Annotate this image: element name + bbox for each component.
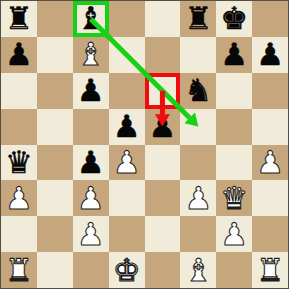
piece-white-queen[interactable]: ♛ — [216, 180, 252, 216]
square-b4[interactable] — [37, 145, 73, 181]
square-e8[interactable] — [145, 1, 181, 37]
piece-black-pawn[interactable]: ♟ — [216, 37, 252, 73]
square-g7[interactable]: ♟ — [216, 37, 252, 73]
piece-black-pawn[interactable]: ♟ — [252, 37, 288, 73]
square-e4[interactable] — [145, 145, 181, 181]
square-h4[interactable]: ♟ — [252, 145, 288, 181]
square-b2[interactable] — [37, 216, 73, 252]
piece-white-pawn[interactable]: ♟ — [1, 180, 37, 216]
square-f3[interactable]: ♟ — [180, 180, 216, 216]
square-h6[interactable] — [252, 73, 288, 109]
square-h7[interactable]: ♟ — [252, 37, 288, 73]
square-d4[interactable]: ♟ — [109, 145, 145, 181]
square-b3[interactable] — [37, 180, 73, 216]
square-d1[interactable]: ♚ — [109, 252, 145, 288]
square-a3[interactable]: ♟ — [1, 180, 37, 216]
square-c6[interactable]: ♟ — [73, 73, 109, 109]
square-e7[interactable] — [145, 37, 181, 73]
piece-white-pawn[interactable]: ♟ — [73, 180, 109, 216]
piece-black-queen[interactable]: ♛ — [1, 145, 37, 181]
square-f5[interactable] — [180, 109, 216, 145]
square-g5[interactable] — [216, 109, 252, 145]
piece-black-pawn[interactable]: ♟ — [1, 37, 37, 73]
square-c5[interactable] — [73, 109, 109, 145]
square-e1[interactable] — [145, 252, 181, 288]
piece-white-pawn[interactable]: ♟ — [180, 180, 216, 216]
square-f8[interactable]: ♜ — [180, 1, 216, 37]
square-a4[interactable]: ♛ — [1, 145, 37, 181]
square-f4[interactable] — [180, 145, 216, 181]
piece-white-rook[interactable]: ♜ — [252, 252, 288, 288]
square-f1[interactable]: ♝ — [180, 252, 216, 288]
square-b1[interactable] — [37, 252, 73, 288]
square-g1[interactable] — [216, 252, 252, 288]
square-g2[interactable]: ♟ — [216, 216, 252, 252]
square-c4[interactable]: ♟ — [73, 145, 109, 181]
square-c3[interactable]: ♟ — [73, 180, 109, 216]
piece-black-rook[interactable]: ♜ — [1, 1, 37, 37]
square-h3[interactable] — [252, 180, 288, 216]
square-a8[interactable]: ♜ — [1, 1, 37, 37]
piece-black-king[interactable]: ♚ — [216, 1, 252, 37]
square-d8[interactable] — [109, 1, 145, 37]
square-h2[interactable] — [252, 216, 288, 252]
square-e3[interactable] — [145, 180, 181, 216]
square-g4[interactable] — [216, 145, 252, 181]
square-d3[interactable] — [109, 180, 145, 216]
square-g6[interactable] — [216, 73, 252, 109]
square-f2[interactable] — [180, 216, 216, 252]
piece-black-bishop[interactable]: ♝ — [73, 1, 109, 37]
piece-white-pawn[interactable]: ♟ — [109, 145, 145, 181]
piece-white-pawn[interactable]: ♟ — [216, 216, 252, 252]
square-e5[interactable]: ♟ — [145, 109, 181, 145]
square-c7[interactable]: ♝ — [73, 37, 109, 73]
square-a7[interactable]: ♟ — [1, 37, 37, 73]
square-c1[interactable] — [73, 252, 109, 288]
square-b8[interactable] — [37, 1, 73, 37]
square-h8[interactable] — [252, 1, 288, 37]
piece-white-rook[interactable]: ♜ — [1, 252, 37, 288]
square-f7[interactable] — [180, 37, 216, 73]
piece-black-pawn[interactable]: ♟ — [109, 109, 145, 145]
piece-black-pawn[interactable]: ♟ — [73, 145, 109, 181]
square-a2[interactable] — [1, 216, 37, 252]
square-b5[interactable] — [37, 109, 73, 145]
square-a6[interactable] — [1, 73, 37, 109]
square-d5[interactable]: ♟ — [109, 109, 145, 145]
piece-white-bishop[interactable]: ♝ — [180, 252, 216, 288]
chess-board: ♜♝♜♚♟♝♟♟♟♞♟♟♛♟♟♟♟♟♟♛♟♟♜♚♝♜ — [0, 0, 289, 289]
square-b6[interactable] — [37, 73, 73, 109]
piece-black-rook[interactable]: ♜ — [180, 1, 216, 37]
piece-black-knight[interactable]: ♞ — [180, 73, 216, 109]
square-c8[interactable]: ♝ — [73, 1, 109, 37]
square-e2[interactable] — [145, 216, 181, 252]
piece-black-pawn[interactable]: ♟ — [73, 73, 109, 109]
square-e6[interactable] — [145, 73, 181, 109]
square-d2[interactable] — [109, 216, 145, 252]
square-f6[interactable]: ♞ — [180, 73, 216, 109]
square-g8[interactable]: ♚ — [216, 1, 252, 37]
square-a1[interactable]: ♜ — [1, 252, 37, 288]
piece-black-pawn[interactable]: ♟ — [145, 109, 181, 145]
square-d6[interactable] — [109, 73, 145, 109]
square-d7[interactable] — [109, 37, 145, 73]
piece-white-king[interactable]: ♚ — [109, 252, 145, 288]
square-a5[interactable] — [1, 109, 37, 145]
piece-white-pawn[interactable]: ♟ — [252, 145, 288, 181]
square-b7[interactable] — [37, 37, 73, 73]
square-h1[interactable]: ♜ — [252, 252, 288, 288]
piece-white-pawn[interactable]: ♟ — [73, 216, 109, 252]
square-g3[interactable]: ♛ — [216, 180, 252, 216]
square-h5[interactable] — [252, 109, 288, 145]
square-c2[interactable]: ♟ — [73, 216, 109, 252]
piece-white-bishop[interactable]: ♝ — [73, 37, 109, 73]
